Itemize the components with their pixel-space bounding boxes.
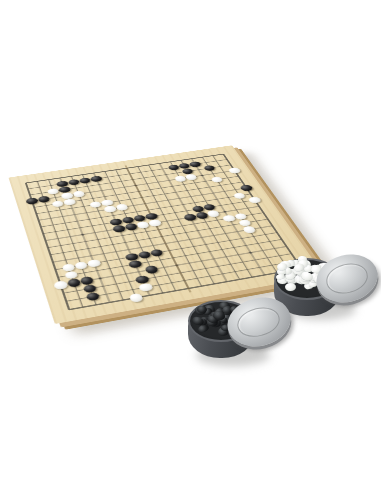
lid-groove: [234, 303, 283, 341]
lid-groove: [323, 260, 370, 298]
go-set-photo: [0, 0, 381, 492]
